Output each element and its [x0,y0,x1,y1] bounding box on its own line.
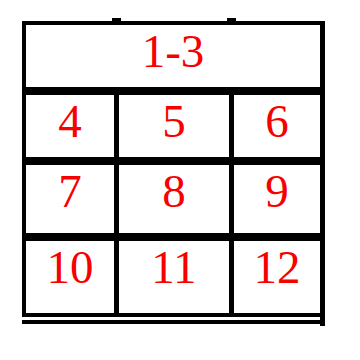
divider-stub-top-left [112,18,121,22]
cell-6: 6 [229,91,325,161]
divider-stub-top-right [227,18,236,22]
grid-board: 1-3 4 5 6 7 8 9 10 11 12 [22,21,325,324]
cell-4: 4 [22,91,114,161]
merged-cell-1-3: 1-3 [22,21,325,91]
cell-7: 7 [22,161,114,237]
screenshot-canvas: 1-3 4 5 6 7 8 9 10 11 12 [0,0,360,360]
cell-10: 10 [22,237,114,317]
cell-11: 11 [114,237,229,317]
cell-8: 8 [114,161,229,237]
cell-9: 9 [229,161,325,237]
cell-12: 12 [229,237,325,317]
cell-5: 5 [114,91,229,161]
border-stub-bottom-right [320,314,325,326]
